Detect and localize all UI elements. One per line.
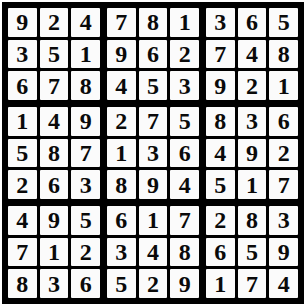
cell-r6c7[interactable]: 5: [206, 170, 235, 199]
cell-r7c9[interactable]: 3: [269, 206, 298, 235]
cell-r1c6[interactable]: 1: [170, 8, 199, 37]
cell-r1c8[interactable]: 6: [238, 8, 267, 37]
box-3-3: 283659174: [206, 206, 298, 298]
cell-r6c3[interactable]: 3: [71, 170, 100, 199]
box-1-2: 781962453: [107, 8, 199, 100]
cell-r8c8[interactable]: 5: [238, 238, 267, 267]
cell-r7c2[interactable]: 9: [40, 206, 69, 235]
cell-r3c2[interactable]: 7: [40, 71, 69, 100]
cell-r7c8[interactable]: 8: [238, 206, 267, 235]
cell-r8c3[interactable]: 2: [71, 238, 100, 267]
cell-r4c2[interactable]: 4: [40, 107, 69, 136]
cell-r3c6[interactable]: 3: [170, 71, 199, 100]
cell-r4c1[interactable]: 1: [8, 107, 37, 136]
cell-r9c7[interactable]: 1: [206, 269, 235, 298]
cell-r1c4[interactable]: 7: [107, 8, 136, 37]
cell-r8c9[interactable]: 9: [269, 238, 298, 267]
cell-r4c6[interactable]: 5: [170, 107, 199, 136]
box-2-1: 149587263: [8, 107, 100, 199]
box-2-2: 275136894: [107, 107, 199, 199]
cell-r9c6[interactable]: 9: [170, 269, 199, 298]
cell-r5c5[interactable]: 3: [139, 139, 168, 168]
cell-r6c6[interactable]: 4: [170, 170, 199, 199]
cell-r2c2[interactable]: 5: [40, 40, 69, 69]
box-1-1: 924351678: [8, 8, 100, 100]
cell-r4c7[interactable]: 8: [206, 107, 235, 136]
box-1-3: 365748921: [206, 8, 298, 100]
cell-r9c9[interactable]: 4: [269, 269, 298, 298]
cell-r6c2[interactable]: 6: [40, 170, 69, 199]
cell-r2c8[interactable]: 4: [238, 40, 267, 69]
cell-r5c4[interactable]: 1: [107, 139, 136, 168]
cell-r1c3[interactable]: 4: [71, 8, 100, 37]
cell-r2c3[interactable]: 1: [71, 40, 100, 69]
cell-r9c8[interactable]: 7: [238, 269, 267, 298]
cell-r4c4[interactable]: 2: [107, 107, 136, 136]
cell-r5c2[interactable]: 8: [40, 139, 69, 168]
cell-r2c7[interactable]: 7: [206, 40, 235, 69]
cell-r2c9[interactable]: 8: [269, 40, 298, 69]
cell-r3c9[interactable]: 1: [269, 71, 298, 100]
cell-r8c7[interactable]: 6: [206, 238, 235, 267]
cell-r9c5[interactable]: 2: [139, 269, 168, 298]
cell-r5c6[interactable]: 6: [170, 139, 199, 168]
cell-r4c8[interactable]: 3: [238, 107, 267, 136]
cell-r5c3[interactable]: 7: [71, 139, 100, 168]
cell-r7c5[interactable]: 1: [139, 206, 168, 235]
cell-r8c4[interactable]: 3: [107, 238, 136, 267]
cell-r3c7[interactable]: 9: [206, 71, 235, 100]
cell-r3c3[interactable]: 8: [71, 71, 100, 100]
cell-r9c2[interactable]: 3: [40, 269, 69, 298]
cell-r8c2[interactable]: 1: [40, 238, 69, 267]
cell-r4c9[interactable]: 6: [269, 107, 298, 136]
cell-r2c5[interactable]: 6: [139, 40, 168, 69]
cell-r5c9[interactable]: 2: [269, 139, 298, 168]
cell-r6c9[interactable]: 7: [269, 170, 298, 199]
box-3-2: 617348529: [107, 206, 199, 298]
cell-r8c6[interactable]: 8: [170, 238, 199, 267]
cell-r7c6[interactable]: 7: [170, 206, 199, 235]
cell-r9c3[interactable]: 6: [71, 269, 100, 298]
cell-r3c8[interactable]: 2: [238, 71, 267, 100]
cell-r1c7[interactable]: 3: [206, 8, 235, 37]
box-3-1: 495712836: [8, 206, 100, 298]
cell-r3c5[interactable]: 5: [139, 71, 168, 100]
box-2-3: 836492517: [206, 107, 298, 199]
cell-r7c1[interactable]: 4: [8, 206, 37, 235]
cell-r2c1[interactable]: 3: [8, 40, 37, 69]
cell-r3c4[interactable]: 4: [107, 71, 136, 100]
cell-r5c7[interactable]: 4: [206, 139, 235, 168]
cell-r1c1[interactable]: 9: [8, 8, 37, 37]
cell-r7c7[interactable]: 2: [206, 206, 235, 235]
cell-r5c1[interactable]: 5: [8, 139, 37, 168]
cell-r5c8[interactable]: 9: [238, 139, 267, 168]
cell-r7c4[interactable]: 6: [107, 206, 136, 235]
sudoku-board: 9243516787819624533657489211495872632751…: [0, 0, 306, 306]
cell-r3c1[interactable]: 6: [8, 71, 37, 100]
cell-r8c1[interactable]: 7: [8, 238, 37, 267]
cell-r9c4[interactable]: 5: [107, 269, 136, 298]
cell-r1c5[interactable]: 8: [139, 8, 168, 37]
cell-r6c4[interactable]: 8: [107, 170, 136, 199]
cell-r9c1[interactable]: 8: [8, 269, 37, 298]
cell-r8c5[interactable]: 4: [139, 238, 168, 267]
cell-r1c9[interactable]: 5: [269, 8, 298, 37]
cell-r4c3[interactable]: 9: [71, 107, 100, 136]
cell-r7c3[interactable]: 5: [71, 206, 100, 235]
cell-r6c5[interactable]: 9: [139, 170, 168, 199]
cell-r2c4[interactable]: 9: [107, 40, 136, 69]
cell-r6c8[interactable]: 1: [238, 170, 267, 199]
cell-r6c1[interactable]: 2: [8, 170, 37, 199]
cell-r4c5[interactable]: 7: [139, 107, 168, 136]
cell-r1c2[interactable]: 2: [40, 8, 69, 37]
cell-r2c6[interactable]: 2: [170, 40, 199, 69]
